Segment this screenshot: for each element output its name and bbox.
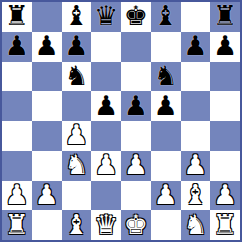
piece-white-knight[interactable]: ♞ <box>64 151 88 178</box>
square-c5[interactable] <box>62 91 92 121</box>
piece-black-pawn[interactable]: ♟ <box>35 32 59 59</box>
piece-black-queen[interactable]: ♛ <box>94 2 118 29</box>
piece-black-pawn[interactable]: ♟ <box>154 92 178 119</box>
piece-black-pawn[interactable]: ♟ <box>183 32 207 59</box>
square-f3[interactable] <box>151 151 181 181</box>
square-h1[interactable]: ♜ <box>210 210 240 240</box>
square-h8[interactable]: ♜ <box>210 2 240 32</box>
piece-black-bishop[interactable]: ♝ <box>64 2 88 29</box>
square-e7[interactable] <box>121 32 151 62</box>
piece-white-knight[interactable]: ♞ <box>183 211 207 238</box>
square-g1[interactable]: ♞ <box>181 210 211 240</box>
square-d5[interactable]: ♟ <box>91 91 121 121</box>
square-g5[interactable] <box>181 91 211 121</box>
square-d6[interactable] <box>91 62 121 92</box>
piece-black-bishop[interactable]: ♝ <box>154 2 178 29</box>
square-c2[interactable] <box>62 181 92 211</box>
square-h5[interactable] <box>210 91 240 121</box>
square-h7[interactable]: ♟ <box>210 32 240 62</box>
piece-white-pawn[interactable]: ♟ <box>5 181 29 208</box>
square-c7[interactable]: ♟ <box>62 32 92 62</box>
piece-black-knight[interactable]: ♞ <box>64 62 88 89</box>
square-e1[interactable]: ♚ <box>121 210 151 240</box>
square-g8[interactable] <box>181 2 211 32</box>
piece-white-pawn[interactable]: ♟ <box>213 181 237 208</box>
square-e5[interactable]: ♟ <box>121 91 151 121</box>
square-d2[interactable] <box>91 181 121 211</box>
square-a6[interactable] <box>2 62 32 92</box>
square-c3[interactable]: ♞ <box>62 151 92 181</box>
square-h6[interactable] <box>210 62 240 92</box>
square-c4[interactable]: ♟ <box>62 121 92 151</box>
square-a8[interactable]: ♜ <box>2 2 32 32</box>
square-f8[interactable]: ♝ <box>151 2 181 32</box>
square-f2[interactable]: ♟ <box>151 181 181 211</box>
square-h3[interactable] <box>210 151 240 181</box>
square-f1[interactable] <box>151 210 181 240</box>
piece-black-pawn[interactable]: ♟ <box>94 92 118 119</box>
piece-black-pawn[interactable]: ♟ <box>213 32 237 59</box>
piece-white-rook[interactable]: ♜ <box>213 211 237 238</box>
piece-white-pawn[interactable]: ♟ <box>64 121 88 148</box>
square-h4[interactable] <box>210 121 240 151</box>
piece-white-king[interactable]: ♚ <box>124 211 148 238</box>
piece-black-rook[interactable]: ♜ <box>213 2 237 29</box>
square-b6[interactable] <box>32 62 62 92</box>
square-d1[interactable]: ♛ <box>91 210 121 240</box>
piece-black-pawn[interactable]: ♟ <box>64 32 88 59</box>
square-b7[interactable]: ♟ <box>32 32 62 62</box>
square-b5[interactable] <box>32 91 62 121</box>
square-d7[interactable] <box>91 32 121 62</box>
square-d8[interactable]: ♛ <box>91 2 121 32</box>
piece-white-pawn[interactable]: ♟ <box>94 151 118 178</box>
square-a5[interactable] <box>2 91 32 121</box>
square-f6[interactable]: ♞ <box>151 62 181 92</box>
square-f5[interactable]: ♟ <box>151 91 181 121</box>
square-g2[interactable]: ♝ <box>181 181 211 211</box>
piece-white-pawn[interactable]: ♟ <box>183 151 207 178</box>
square-c6[interactable]: ♞ <box>62 62 92 92</box>
square-g7[interactable]: ♟ <box>181 32 211 62</box>
piece-black-pawn[interactable]: ♟ <box>5 32 29 59</box>
piece-black-knight[interactable]: ♞ <box>154 62 178 89</box>
square-b1[interactable] <box>32 210 62 240</box>
square-e6[interactable] <box>121 62 151 92</box>
square-f4[interactable] <box>151 121 181 151</box>
square-g4[interactable] <box>181 121 211 151</box>
chess-board: ♜♝♛♚♝♜♟♟♟♟♟♞♞♟♟♟♟♞♟♟♟♟♟♟♝♟♜♝♛♚♞♜ <box>0 0 242 242</box>
piece-white-queen[interactable]: ♛ <box>94 211 118 238</box>
square-c1[interactable]: ♝ <box>62 210 92 240</box>
square-b2[interactable]: ♟ <box>32 181 62 211</box>
piece-white-rook[interactable]: ♜ <box>5 211 29 238</box>
square-d4[interactable] <box>91 121 121 151</box>
square-a2[interactable]: ♟ <box>2 181 32 211</box>
square-b3[interactable] <box>32 151 62 181</box>
square-a1[interactable]: ♜ <box>2 210 32 240</box>
piece-black-rook[interactable]: ♜ <box>5 2 29 29</box>
piece-black-king[interactable]: ♚ <box>124 2 148 29</box>
square-g3[interactable]: ♟ <box>181 151 211 181</box>
piece-white-bishop[interactable]: ♝ <box>183 181 207 208</box>
square-f7[interactable] <box>151 32 181 62</box>
square-c8[interactable]: ♝ <box>62 2 92 32</box>
square-g6[interactable] <box>181 62 211 92</box>
square-a3[interactable] <box>2 151 32 181</box>
square-e3[interactable]: ♟ <box>121 151 151 181</box>
square-b4[interactable] <box>32 121 62 151</box>
piece-white-pawn[interactable]: ♟ <box>124 151 148 178</box>
square-e8[interactable]: ♚ <box>121 2 151 32</box>
square-b8[interactable] <box>32 2 62 32</box>
piece-white-pawn[interactable]: ♟ <box>154 181 178 208</box>
square-h2[interactable]: ♟ <box>210 181 240 211</box>
square-d3[interactable]: ♟ <box>91 151 121 181</box>
piece-black-pawn[interactable]: ♟ <box>124 92 148 119</box>
square-e2[interactable] <box>121 181 151 211</box>
square-e4[interactable] <box>121 121 151 151</box>
piece-white-bishop[interactable]: ♝ <box>64 211 88 238</box>
piece-white-pawn[interactable]: ♟ <box>35 181 59 208</box>
square-a4[interactable] <box>2 121 32 151</box>
square-a7[interactable]: ♟ <box>2 32 32 62</box>
